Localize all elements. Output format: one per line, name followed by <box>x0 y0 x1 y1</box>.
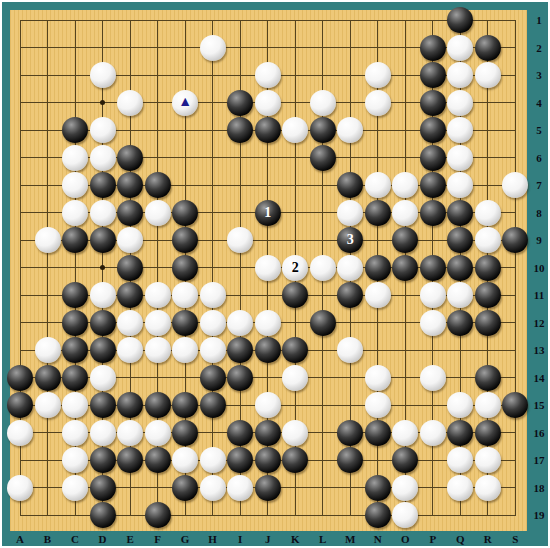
row-label-9: 9 <box>529 234 549 246</box>
black-stone[interactable] <box>227 447 253 473</box>
black-stone[interactable] <box>310 145 336 171</box>
column-label-J: J <box>260 533 276 545</box>
black-stone[interactable] <box>90 502 116 528</box>
black-stone[interactable] <box>90 337 116 363</box>
white-stone[interactable] <box>447 62 473 88</box>
white-stone[interactable] <box>90 365 116 391</box>
black-stone[interactable] <box>227 117 253 143</box>
white-stone[interactable] <box>90 200 116 226</box>
black-stone[interactable] <box>475 420 501 446</box>
column-label-E: E <box>122 533 138 545</box>
white-stone[interactable] <box>172 337 198 363</box>
black-stone[interactable] <box>90 447 116 473</box>
white-stone[interactable] <box>145 420 171 446</box>
black-stone[interactable] <box>282 447 308 473</box>
black-stone[interactable] <box>117 447 143 473</box>
black-stone[interactable] <box>200 365 226 391</box>
white-stone[interactable] <box>447 282 473 308</box>
black-stone[interactable] <box>7 392 33 418</box>
white-stone[interactable] <box>310 90 336 116</box>
black-stone[interactable] <box>117 172 143 198</box>
white-stone[interactable] <box>90 117 116 143</box>
black-stone[interactable] <box>475 282 501 308</box>
white-stone[interactable] <box>117 420 143 446</box>
column-label-B: B <box>40 533 56 545</box>
star-point <box>100 265 105 270</box>
white-stone[interactable] <box>200 35 226 61</box>
black-stone[interactable] <box>90 310 116 336</box>
black-stone[interactable] <box>62 337 88 363</box>
white-stone[interactable] <box>255 392 281 418</box>
black-stone[interactable] <box>90 475 116 501</box>
white-stone[interactable] <box>145 337 171 363</box>
white-stone[interactable] <box>117 310 143 336</box>
white-stone[interactable] <box>365 392 391 418</box>
black-stone[interactable] <box>502 392 528 418</box>
white-stone[interactable] <box>475 392 501 418</box>
black-stone[interactable] <box>420 35 446 61</box>
white-stone[interactable] <box>365 172 391 198</box>
white-stone[interactable] <box>117 90 143 116</box>
column-label-N: N <box>370 533 386 545</box>
black-stone[interactable] <box>255 420 281 446</box>
white-stone[interactable] <box>447 117 473 143</box>
black-stone[interactable] <box>117 282 143 308</box>
white-stone[interactable] <box>475 62 501 88</box>
white-stone[interactable] <box>255 255 281 281</box>
row-label-13: 13 <box>529 344 549 356</box>
black-stone[interactable] <box>255 337 281 363</box>
column-label-K: K <box>287 533 303 545</box>
column-label-G: G <box>177 533 193 545</box>
black-stone[interactable] <box>145 172 171 198</box>
white-stone[interactable] <box>310 255 336 281</box>
white-stone[interactable] <box>172 447 198 473</box>
black-stone[interactable] <box>337 172 363 198</box>
white-stone[interactable] <box>172 282 198 308</box>
black-stone[interactable] <box>7 365 33 391</box>
move-number-label: 2 <box>292 261 299 275</box>
black-stone[interactable] <box>420 90 446 116</box>
black-stone[interactable] <box>227 90 253 116</box>
white-stone[interactable] <box>282 365 308 391</box>
black-stone[interactable] <box>62 310 88 336</box>
black-stone[interactable] <box>420 117 446 143</box>
black-stone[interactable] <box>420 172 446 198</box>
white-stone[interactable] <box>35 392 61 418</box>
black-stone[interactable] <box>475 310 501 336</box>
white-stone[interactable] <box>475 447 501 473</box>
white-stone[interactable] <box>447 392 473 418</box>
black-stone[interactable] <box>62 227 88 253</box>
row-label-7: 7 <box>529 179 549 191</box>
white-stone[interactable] <box>62 420 88 446</box>
white-stone[interactable] <box>282 117 308 143</box>
white-stone[interactable] <box>420 420 446 446</box>
row-label-15: 15 <box>529 399 549 411</box>
white-stone[interactable] <box>392 475 418 501</box>
white-stone-triangle-marked[interactable]: ▲ <box>172 90 198 116</box>
black-stone-move-1[interactable]: 1 <box>255 200 281 226</box>
white-stone[interactable] <box>365 282 391 308</box>
star-point <box>100 100 105 105</box>
white-stone[interactable] <box>282 420 308 446</box>
white-stone[interactable] <box>7 475 33 501</box>
white-stone[interactable] <box>90 282 116 308</box>
white-stone[interactable] <box>200 310 226 336</box>
row-label-18: 18 <box>529 482 549 494</box>
white-stone[interactable] <box>200 282 226 308</box>
row-label-19: 19 <box>529 509 549 521</box>
column-label-F: F <box>150 533 166 545</box>
black-stone[interactable] <box>172 200 198 226</box>
column-label-D: D <box>95 533 111 545</box>
white-stone[interactable] <box>502 172 528 198</box>
black-stone[interactable] <box>227 420 253 446</box>
grid-line-vertical <box>212 20 213 516</box>
white-stone[interactable] <box>90 145 116 171</box>
black-stone[interactable] <box>282 282 308 308</box>
row-label-5: 5 <box>529 124 549 136</box>
column-label-A: A <box>12 533 28 545</box>
white-stone[interactable] <box>227 475 253 501</box>
white-stone[interactable] <box>475 475 501 501</box>
white-stone[interactable] <box>255 62 281 88</box>
white-stone[interactable] <box>145 200 171 226</box>
black-stone[interactable] <box>365 502 391 528</box>
black-stone[interactable] <box>420 255 446 281</box>
column-label-C: C <box>67 533 83 545</box>
column-label-R: R <box>480 533 496 545</box>
grid-line-vertical <box>47 20 48 516</box>
black-stone[interactable] <box>392 447 418 473</box>
white-stone[interactable] <box>35 337 61 363</box>
black-stone[interactable] <box>172 392 198 418</box>
black-stone[interactable] <box>447 200 473 226</box>
black-stone[interactable] <box>172 475 198 501</box>
white-stone[interactable] <box>62 392 88 418</box>
black-stone[interactable] <box>255 117 281 143</box>
black-stone[interactable] <box>365 255 391 281</box>
black-stone[interactable] <box>447 255 473 281</box>
row-label-8: 8 <box>529 207 549 219</box>
triangle-marker-icon: ▲ <box>178 95 192 109</box>
black-stone[interactable] <box>365 475 391 501</box>
column-label-I: I <box>232 533 248 545</box>
white-stone[interactable] <box>62 475 88 501</box>
black-stone[interactable] <box>35 365 61 391</box>
white-stone[interactable] <box>365 62 391 88</box>
white-stone[interactable] <box>90 62 116 88</box>
white-stone[interactable] <box>392 200 418 226</box>
row-label-1: 1 <box>529 14 549 26</box>
black-stone[interactable] <box>227 337 253 363</box>
white-stone[interactable] <box>62 447 88 473</box>
black-stone[interactable] <box>310 117 336 143</box>
row-label-3: 3 <box>529 69 549 81</box>
black-stone-move-3[interactable]: 3 <box>337 227 363 253</box>
black-stone[interactable] <box>145 392 171 418</box>
black-stone[interactable] <box>255 475 281 501</box>
black-stone[interactable] <box>227 365 253 391</box>
black-stone[interactable] <box>420 200 446 226</box>
screenshot-root: ▲132 ABCDEFGHIJKLMNOPQRS1234567891011121… <box>0 0 550 548</box>
go-board[interactable]: ▲132 <box>10 10 527 531</box>
black-stone[interactable] <box>475 35 501 61</box>
black-stone[interactable] <box>365 200 391 226</box>
white-stone[interactable] <box>337 255 363 281</box>
white-stone[interactable] <box>392 420 418 446</box>
white-stone[interactable] <box>145 282 171 308</box>
black-stone[interactable] <box>447 7 473 33</box>
black-stone[interactable] <box>62 365 88 391</box>
white-stone[interactable] <box>475 227 501 253</box>
column-label-H: H <box>205 533 221 545</box>
black-stone[interactable] <box>200 392 226 418</box>
white-stone[interactable] <box>447 35 473 61</box>
column-label-P: P <box>425 533 441 545</box>
black-stone[interactable] <box>447 310 473 336</box>
black-stone[interactable] <box>62 282 88 308</box>
white-stone[interactable] <box>420 365 446 391</box>
white-stone[interactable] <box>117 337 143 363</box>
black-stone[interactable] <box>447 227 473 253</box>
black-stone[interactable] <box>145 447 171 473</box>
black-stone[interactable] <box>310 310 336 336</box>
black-stone[interactable] <box>502 227 528 253</box>
black-stone[interactable] <box>337 420 363 446</box>
white-stone[interactable] <box>365 90 391 116</box>
black-stone[interactable] <box>172 227 198 253</box>
column-label-M: M <box>342 533 358 545</box>
black-stone[interactable] <box>447 420 473 446</box>
row-label-6: 6 <box>529 152 549 164</box>
black-stone[interactable] <box>475 255 501 281</box>
white-stone[interactable] <box>200 475 226 501</box>
black-stone[interactable] <box>172 420 198 446</box>
white-stone[interactable] <box>447 447 473 473</box>
white-stone[interactable] <box>117 227 143 253</box>
white-stone[interactable] <box>447 172 473 198</box>
black-stone[interactable] <box>420 62 446 88</box>
white-stone[interactable] <box>200 337 226 363</box>
black-stone[interactable] <box>475 365 501 391</box>
black-stone[interactable] <box>90 227 116 253</box>
black-stone[interactable] <box>255 447 281 473</box>
white-stone[interactable] <box>365 365 391 391</box>
black-stone[interactable] <box>172 255 198 281</box>
column-label-L: L <box>315 533 331 545</box>
row-label-10: 10 <box>529 262 549 274</box>
black-stone[interactable] <box>117 392 143 418</box>
white-stone[interactable] <box>337 200 363 226</box>
white-stone[interactable] <box>145 310 171 336</box>
black-stone[interactable] <box>117 200 143 226</box>
black-stone[interactable] <box>117 145 143 171</box>
black-stone[interactable] <box>392 255 418 281</box>
white-stone[interactable] <box>392 502 418 528</box>
black-stone[interactable] <box>337 447 363 473</box>
black-stone[interactable] <box>145 502 171 528</box>
column-label-S: S <box>507 533 523 545</box>
white-stone[interactable] <box>337 337 363 363</box>
move-number-label: 1 <box>264 206 271 220</box>
column-label-Q: Q <box>452 533 468 545</box>
black-stone[interactable] <box>117 255 143 281</box>
white-stone[interactable] <box>447 90 473 116</box>
black-stone[interactable] <box>365 420 391 446</box>
black-stone[interactable] <box>90 392 116 418</box>
white-stone[interactable] <box>35 227 61 253</box>
white-stone[interactable] <box>62 200 88 226</box>
black-stone[interactable] <box>62 117 88 143</box>
black-stone[interactable] <box>282 337 308 363</box>
white-stone[interactable] <box>227 227 253 253</box>
row-label-2: 2 <box>529 42 549 54</box>
row-label-12: 12 <box>529 317 549 329</box>
white-stone[interactable] <box>420 282 446 308</box>
white-stone[interactable] <box>255 90 281 116</box>
white-stone[interactable] <box>90 420 116 446</box>
row-label-11: 11 <box>529 289 549 301</box>
black-stone[interactable] <box>392 227 418 253</box>
white-stone[interactable] <box>337 117 363 143</box>
row-label-16: 16 <box>529 427 549 439</box>
white-stone[interactable] <box>420 310 446 336</box>
row-label-4: 4 <box>529 97 549 109</box>
column-label-O: O <box>397 533 413 545</box>
white-stone[interactable] <box>255 310 281 336</box>
white-stone[interactable] <box>200 447 226 473</box>
black-stone[interactable] <box>172 310 198 336</box>
row-label-17: 17 <box>529 454 549 466</box>
white-stone[interactable] <box>447 145 473 171</box>
black-stone[interactable] <box>420 145 446 171</box>
white-stone[interactable] <box>7 420 33 446</box>
black-stone[interactable] <box>337 282 363 308</box>
grid-line-vertical <box>515 20 516 516</box>
white-stone[interactable] <box>62 145 88 171</box>
move-number-label: 3 <box>347 233 354 247</box>
white-stone[interactable] <box>62 172 88 198</box>
white-stone[interactable] <box>475 200 501 226</box>
white-stone[interactable] <box>392 172 418 198</box>
row-label-14: 14 <box>529 372 549 384</box>
white-stone-move-2[interactable]: 2 <box>282 255 308 281</box>
white-stone[interactable] <box>447 475 473 501</box>
black-stone[interactable] <box>90 172 116 198</box>
white-stone[interactable] <box>227 310 253 336</box>
